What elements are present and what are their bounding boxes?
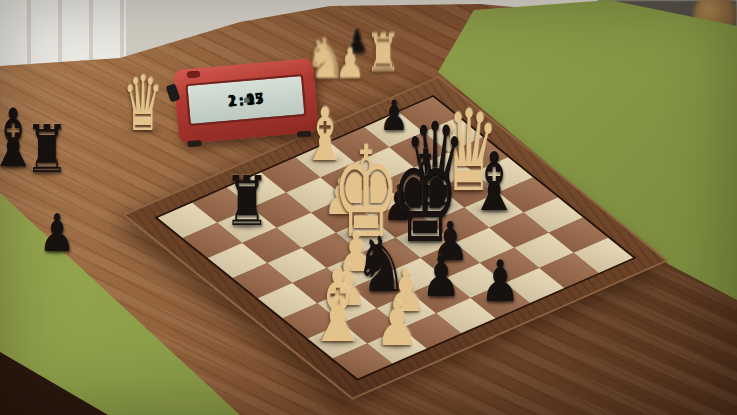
black-bishop-d7[interactable]: ♝ — [469, 142, 520, 223]
white-pawn-a2[interactable]: ♟ — [375, 294, 418, 356]
black-pawn-left-felt[interactable]: ♟ — [39, 207, 75, 259]
clock-button[interactable] — [187, 71, 199, 78]
white-rook-behind-board[interactable]: ♜ — [366, 27, 401, 79]
chess-clock: 2:07 1:15 — [173, 58, 319, 144]
black-pawn-a5[interactable]: ♟ — [480, 252, 520, 309]
white-pawn-behind-board[interactable]: ♟ — [335, 43, 364, 85]
black-rook-g2[interactable]: ♜ — [224, 168, 270, 236]
white-bishop-b1[interactable]: ♝ — [306, 257, 369, 357]
clock-foot — [187, 140, 201, 147]
black-pawn-b4[interactable]: ♟ — [421, 248, 461, 305]
black-rook-left-table[interactable]: ♜ — [25, 117, 69, 183]
scene: 2:07 1:15 ♟♜♞♟♟♛♝♝♜♛♛♝♟♟♜♚♚♟♟♟♞♟♟♟♟♝♟ — [0, 0, 737, 415]
clock-right-time: 1:15 — [227, 89, 265, 110]
clock-display: 2:07 1:15 — [185, 74, 306, 126]
white-queen-beside-clock[interactable]: ♛ — [123, 66, 164, 142]
